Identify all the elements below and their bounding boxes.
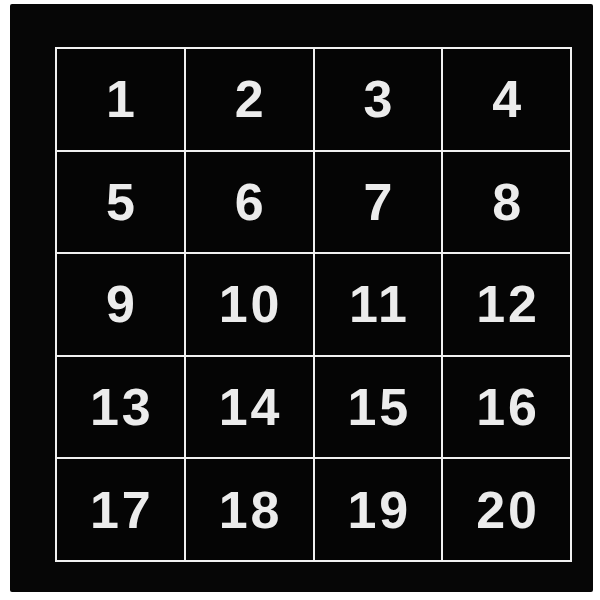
grid-cell: 1 xyxy=(57,49,184,150)
grid-cell: 16 xyxy=(443,357,570,458)
grid-cell: 7 xyxy=(315,152,442,253)
grid-cell: 19 xyxy=(315,459,442,560)
grid-cell: 15 xyxy=(315,357,442,458)
grid-cell: 17 xyxy=(57,459,184,560)
grid-cell: 8 xyxy=(443,152,570,253)
grid-cell: 2 xyxy=(186,49,313,150)
black-board: 1234567891011121314151617181920 xyxy=(10,4,593,592)
grid-cell: 4 xyxy=(443,49,570,150)
grid-cell: 18 xyxy=(186,459,313,560)
grid-cell: 12 xyxy=(443,254,570,355)
grid-cell: 11 xyxy=(315,254,442,355)
grid-cell: 5 xyxy=(57,152,184,253)
grid-cell: 6 xyxy=(186,152,313,253)
number-grid: 1234567891011121314151617181920 xyxy=(55,47,572,562)
grid-cell: 3 xyxy=(315,49,442,150)
grid-cell: 10 xyxy=(186,254,313,355)
grid-cell: 14 xyxy=(186,357,313,458)
grid-cell: 13 xyxy=(57,357,184,458)
grid-cell: 9 xyxy=(57,254,184,355)
grid-cell: 20 xyxy=(443,459,570,560)
page: 1234567891011121314151617181920 xyxy=(0,0,600,600)
